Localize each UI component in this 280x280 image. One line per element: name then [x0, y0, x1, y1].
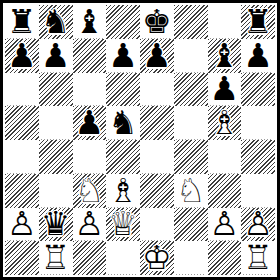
piece-glyph: ♟ [140, 39, 174, 73]
square-b4[interactable] [39, 140, 73, 174]
square-e2[interactable] [140, 208, 174, 242]
piece-black-rook: ♜♜ [241, 5, 275, 39]
piece-glyph: ♟ [73, 106, 107, 140]
square-a3[interactable] [5, 174, 39, 208]
square-a4[interactable] [5, 140, 39, 174]
piece-black-knight: ♞♞ [39, 5, 73, 39]
piece-glyph: ♗ [208, 106, 242, 140]
piece-glyph: ♙ [5, 208, 39, 242]
piece-glyph: ♙ [208, 208, 242, 242]
piece-white-pawn: ♟♙ [73, 208, 107, 242]
square-f2[interactable] [174, 208, 208, 242]
square-c6[interactable] [73, 73, 107, 107]
piece-glyph: ♔ [140, 241, 174, 275]
square-b8[interactable]: ♞♞ [39, 5, 73, 39]
square-a1[interactable] [5, 241, 39, 275]
piece-black-pawn: ♟♟ [5, 39, 39, 73]
square-f7[interactable] [174, 39, 208, 73]
square-h2[interactable]: ♟♙ [241, 208, 275, 242]
piece-black-pawn: ♟♟ [73, 106, 107, 140]
piece-white-rook: ♜♖ [241, 241, 275, 275]
square-f8[interactable] [174, 5, 208, 39]
piece-black-bishop: ♝♝ [73, 5, 107, 39]
piece-black-queen: ♛♛ [39, 208, 73, 242]
square-c3[interactable]: ♞♘ [73, 174, 107, 208]
square-f6[interactable] [174, 73, 208, 107]
square-b5[interactable] [39, 106, 73, 140]
piece-glyph: ♜ [241, 5, 275, 39]
piece-white-knight: ♞♘ [174, 174, 208, 208]
piece-white-pawn: ♟♙ [5, 208, 39, 242]
square-h5[interactable] [241, 106, 275, 140]
piece-glyph: ♟ [39, 39, 73, 73]
piece-glyph: ♟ [106, 39, 140, 73]
square-h3[interactable] [241, 174, 275, 208]
square-a7[interactable]: ♟♟ [5, 39, 39, 73]
piece-glyph: ♜ [5, 5, 39, 39]
square-e5[interactable] [140, 106, 174, 140]
square-b2[interactable]: ♛♛ [39, 208, 73, 242]
square-d8[interactable] [106, 5, 140, 39]
square-d2[interactable]: ♛♕ [106, 208, 140, 242]
square-e6[interactable] [140, 73, 174, 107]
square-h7[interactable]: ♟♟ [241, 39, 275, 73]
square-g7[interactable]: ♝♝ [208, 39, 242, 73]
square-a6[interactable] [5, 73, 39, 107]
square-e4[interactable] [140, 140, 174, 174]
square-b7[interactable]: ♟♟ [39, 39, 73, 73]
square-g2[interactable]: ♟♙ [208, 208, 242, 242]
piece-glyph: ♛ [39, 208, 73, 242]
square-c5[interactable]: ♟♟ [73, 106, 107, 140]
piece-glyph: ♟ [5, 39, 39, 73]
piece-glyph: ♟ [208, 73, 242, 107]
square-a2[interactable]: ♟♙ [5, 208, 39, 242]
piece-black-king: ♚♚ [140, 5, 174, 39]
square-g6[interactable]: ♟♟ [208, 73, 242, 107]
square-d1[interactable] [106, 241, 140, 275]
square-c2[interactable]: ♟♙ [73, 208, 107, 242]
piece-glyph: ♝ [73, 5, 107, 39]
square-d3[interactable]: ♝♗ [106, 174, 140, 208]
square-d7[interactable]: ♟♟ [106, 39, 140, 73]
square-c1[interactable] [73, 241, 107, 275]
square-e8[interactable]: ♚♚ [140, 5, 174, 39]
square-b3[interactable] [39, 174, 73, 208]
square-d5[interactable]: ♞♞ [106, 106, 140, 140]
square-d6[interactable] [106, 73, 140, 107]
piece-glyph: ♕ [106, 208, 140, 242]
piece-glyph: ♝ [208, 39, 242, 73]
square-b1[interactable]: ♜♖ [39, 241, 73, 275]
square-e3[interactable] [140, 174, 174, 208]
board-frame: ♜♜♞♞♝♝♚♚♜♜♟♟♟♟♟♟♟♟♝♝♟♟♟♟♟♟♞♞♝♗♞♘♝♗♞♘♟♙♛♛… [0, 0, 280, 280]
piece-glyph: ♞ [106, 106, 140, 140]
square-c8[interactable]: ♝♝ [73, 5, 107, 39]
piece-black-pawn: ♟♟ [208, 73, 242, 107]
piece-glyph: ♙ [73, 208, 107, 242]
piece-white-bishop: ♝♗ [208, 106, 242, 140]
piece-glyph: ♞ [39, 5, 73, 39]
square-g8[interactable] [208, 5, 242, 39]
piece-black-pawn: ♟♟ [241, 39, 275, 73]
piece-glyph: ♗ [106, 174, 140, 208]
square-b6[interactable] [39, 73, 73, 107]
square-g1[interactable] [208, 241, 242, 275]
square-e1[interactable]: ♚♔ [140, 241, 174, 275]
piece-white-knight: ♞♘ [73, 174, 107, 208]
piece-glyph: ♖ [241, 241, 275, 275]
piece-glyph: ♟ [241, 39, 275, 73]
piece-glyph: ♙ [241, 208, 275, 242]
piece-white-bishop: ♝♗ [106, 174, 140, 208]
square-f1[interactable] [174, 241, 208, 275]
square-d4[interactable] [106, 140, 140, 174]
piece-white-pawn: ♟♙ [241, 208, 275, 242]
square-g5[interactable]: ♝♗ [208, 106, 242, 140]
square-c4[interactable] [73, 140, 107, 174]
square-g3[interactable] [208, 174, 242, 208]
square-h8[interactable]: ♜♜ [241, 5, 275, 39]
piece-glyph: ♖ [39, 241, 73, 275]
piece-white-rook: ♜♖ [39, 241, 73, 275]
square-h4[interactable] [241, 140, 275, 174]
square-c7[interactable] [73, 39, 107, 73]
square-f4[interactable] [174, 140, 208, 174]
square-f3[interactable]: ♞♘ [174, 174, 208, 208]
piece-black-pawn: ♟♟ [140, 39, 174, 73]
piece-glyph: ♘ [73, 174, 107, 208]
square-h6[interactable] [241, 73, 275, 107]
chess-board: ♜♜♞♞♝♝♚♚♜♜♟♟♟♟♟♟♟♟♝♝♟♟♟♟♟♟♞♞♝♗♞♘♝♗♞♘♟♙♛♛… [5, 5, 275, 275]
piece-white-pawn: ♟♙ [208, 208, 242, 242]
piece-white-king: ♚♔ [140, 241, 174, 275]
square-e7[interactable]: ♟♟ [140, 39, 174, 73]
piece-glyph: ♚ [140, 5, 174, 39]
square-a5[interactable] [5, 106, 39, 140]
square-g4[interactable] [208, 140, 242, 174]
square-a8[interactable]: ♜♜ [5, 5, 39, 39]
square-h1[interactable]: ♜♖ [241, 241, 275, 275]
piece-black-pawn: ♟♟ [39, 39, 73, 73]
piece-white-queen: ♛♕ [106, 208, 140, 242]
piece-black-knight: ♞♞ [106, 106, 140, 140]
piece-black-rook: ♜♜ [5, 5, 39, 39]
piece-glyph: ♘ [174, 174, 208, 208]
square-f5[interactable] [174, 106, 208, 140]
piece-black-bishop: ♝♝ [208, 39, 242, 73]
piece-black-pawn: ♟♟ [106, 39, 140, 73]
